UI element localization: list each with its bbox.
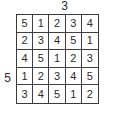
puzzle-grid: 5123423451451231234534512	[16, 14, 99, 104]
cell-r1c1: 5	[17, 15, 33, 33]
cell-r5c5: 2	[82, 85, 98, 103]
cell-r4c1: 1	[17, 68, 33, 86]
cell-r2c5: 1	[82, 33, 98, 51]
cell-r1c5: 4	[82, 15, 98, 33]
cell-r5c2: 4	[33, 85, 49, 103]
cell-r4c3: 3	[49, 68, 65, 86]
cell-r1c3: 2	[49, 15, 65, 33]
cell-r5c4: 1	[66, 85, 82, 103]
cell-r4c5: 5	[82, 68, 98, 86]
cell-r4c2: 2	[33, 68, 49, 86]
cell-r5c1: 3	[17, 85, 33, 103]
cell-r4c4: 4	[66, 68, 82, 86]
top-clue: 3	[57, 0, 72, 13]
cell-r1c4: 3	[66, 15, 82, 33]
cell-r2c1: 2	[17, 33, 33, 51]
cell-r5c3: 5	[49, 85, 65, 103]
cell-r2c3: 4	[49, 33, 65, 51]
cell-r3c3: 1	[49, 50, 65, 68]
cell-r3c2: 5	[33, 50, 49, 68]
puzzle-diagram: 3 5 5123423451451231234534512	[0, 0, 120, 120]
cell-r1c2: 1	[33, 15, 49, 33]
cell-r3c5: 3	[82, 50, 98, 68]
cell-r2c4: 5	[66, 33, 82, 51]
left-clue: 5	[1, 70, 14, 87]
cell-r2c2: 3	[33, 33, 49, 51]
cell-r3c4: 2	[66, 50, 82, 68]
cell-r3c1: 4	[17, 50, 33, 68]
